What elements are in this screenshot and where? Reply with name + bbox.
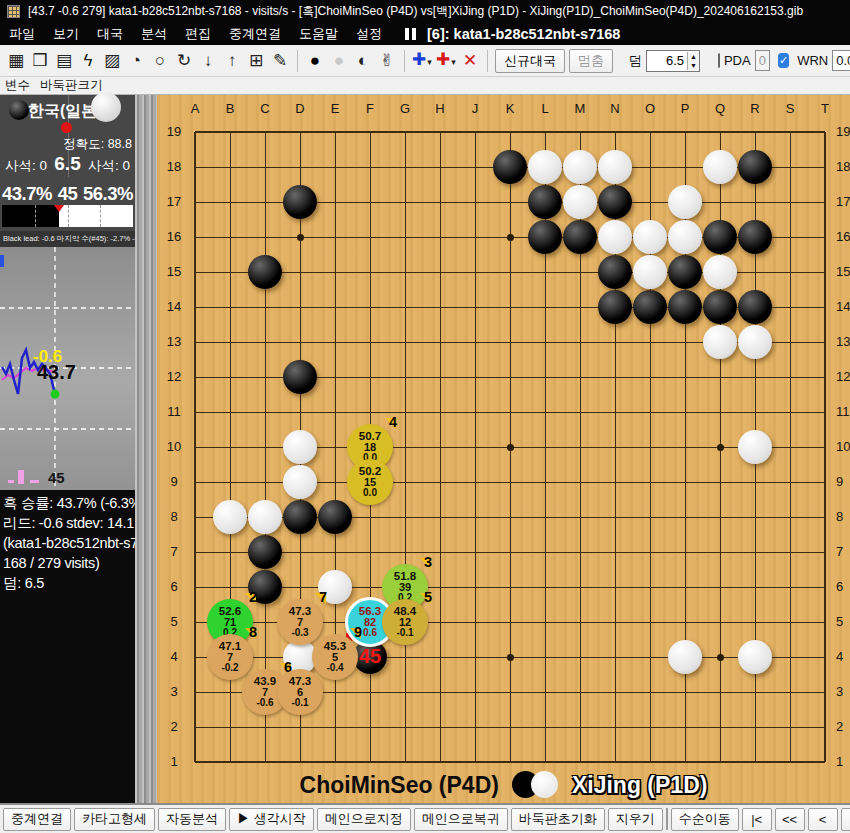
menu-1[interactable]: 보기 (44, 25, 88, 43)
current-move-number: 45 (58, 183, 78, 205)
coord-row-label: 18 (836, 159, 850, 174)
white-stone-R10 (738, 430, 772, 464)
engine-info: 흑 승률: 43.7% (-6.3%) 리드: -0.6 stdev: 14.1… (0, 490, 135, 596)
black-stone-E8 (318, 500, 352, 534)
coord-row-label: 17 (161, 194, 187, 209)
black-stone-D8 (283, 500, 317, 534)
menu-5[interactable]: 중계연결 (220, 25, 290, 43)
komi-label: 덤 (629, 52, 642, 70)
winrate-graph[interactable]: -0.6 43.7 45 (0, 247, 135, 490)
komi-down-icon[interactable]: ▼ (688, 61, 699, 70)
white-stone-R4 (738, 640, 772, 674)
white-stone-Q15 (703, 255, 737, 289)
candidate-move-F9[interactable]: 50.2150.0 (347, 459, 393, 505)
candidate-rank: 2 (241, 590, 257, 606)
policy-bar (30, 480, 39, 483)
candidate-rank: 3 (416, 555, 432, 571)
toolbar: ▦❒▤ϟ▨◔○↻↓↑⊞✎●●◐✌✚▾✚▾✕ 신규대국 멈춤 덤 ▲▼ PDA 0… (0, 45, 850, 77)
coord-row-label: 9 (161, 474, 187, 489)
white-player-icon (91, 92, 121, 122)
candidate-move-B4[interactable]: 47.17-0.28 (207, 634, 253, 680)
winrate-value-label: 43.7 (37, 361, 76, 384)
players-summary: 한국(일본) 정확도: 88.8 사석: 0 6.5 사석: 0 43.7% 4… (0, 95, 135, 247)
bottom-button-5[interactable]: 메인으로복귀 (414, 808, 508, 831)
coord-row-label: 6 (161, 579, 187, 594)
coord-row-label: 5 (836, 614, 850, 629)
white-stone-Q18 (703, 150, 737, 184)
coord-row-label: 6 (836, 579, 850, 594)
coord-row-label: 17 (836, 194, 850, 209)
coord-row-label: 16 (836, 229, 850, 244)
black-stone-P15 (668, 255, 702, 289)
black-stone-L16 (528, 220, 562, 254)
policy-bar (18, 470, 24, 484)
coord-column-label: F (360, 101, 380, 116)
grid-line (195, 727, 825, 728)
black-winrate: 43.7% (2, 183, 52, 205)
coord-row-label: 19 (836, 124, 850, 139)
coord-row-label: 18 (161, 159, 187, 174)
white-stone-L18 (528, 150, 562, 184)
black-stone-C7 (248, 535, 282, 569)
coord-row-label: 10 (836, 439, 850, 454)
winrate-bar (2, 205, 133, 227)
grid-line (790, 132, 791, 762)
coord-row-label: 1 (836, 754, 850, 769)
black-captures: 사석: 0 (5, 157, 47, 175)
menu-0[interactable]: 파일 (0, 25, 44, 43)
black-stone-K18 (493, 150, 527, 184)
coord-column-label: S (780, 101, 800, 116)
bottom-toolbar: 중계연결카타고형세자동분석▶ 생각시작메인으로지정메인으로복귀바둑판초기화지우기… (0, 803, 850, 833)
coord-row-label: 4 (836, 649, 850, 664)
coord-row-label: 12 (836, 369, 850, 384)
delete-mark-icon[interactable]: ✕ (458, 48, 482, 74)
black-stone-tool-icon[interactable]: ● (303, 48, 327, 74)
white-stone-Q13 (703, 325, 737, 359)
black-stone-O14 (633, 290, 667, 324)
coord-row-label: 15 (836, 264, 850, 279)
go-board[interactable]: ChoiMinSeo (P4D) XiJing (P1D) ABCDEFGHJK… (157, 95, 850, 803)
title-bar: [43.7 -0.6 279] kata1-b28c512nbt-s7168 -… (0, 0, 850, 22)
board-size-label[interactable]: 바둑판크기 (40, 77, 103, 94)
star-point (507, 444, 514, 451)
star-point (507, 654, 514, 661)
komi-up-icon[interactable]: ▲ (688, 52, 699, 61)
coord-row-label: 2 (161, 719, 187, 734)
grid-line (195, 587, 825, 588)
candidate-move-E4[interactable]: 45.35-0.49 (312, 634, 358, 680)
coord-column-label: M (570, 101, 590, 116)
candidate-rank: 4 (381, 415, 397, 431)
white-stone-P16 (668, 220, 702, 254)
white-stone-tool-icon[interactable]: ● (327, 48, 351, 74)
wrn-label: WRN (797, 53, 828, 68)
black-stone-Q14 (703, 290, 737, 324)
black-stone-N14 (598, 290, 632, 324)
coord-row-label: 14 (161, 299, 187, 314)
coord-row-label: 7 (836, 544, 850, 559)
lead-summary: Black lead: -0.6 마지막 수(#45): -2.7% -0.3p… (0, 231, 135, 247)
white-captures: 사석: 0 (88, 157, 130, 175)
stones-icon (512, 771, 559, 799)
bottom-button-1[interactable]: 카타고형세 (74, 808, 155, 831)
menu-6[interactable]: 도움말 (290, 25, 347, 43)
white-stone-M17 (563, 185, 597, 219)
move-number-input[interactable] (666, 808, 668, 830)
circle-tool-icon[interactable]: ○ (148, 48, 172, 74)
blue-cross-tool-icon[interactable]: ✚▾ (410, 47, 434, 75)
pda-checkbox[interactable] (718, 53, 720, 68)
coord-column-label: R (745, 101, 765, 116)
coord-column-label: J (465, 101, 485, 116)
black-stone-N15 (598, 255, 632, 289)
menu-4[interactable]: 편집 (176, 25, 220, 43)
bottom-button-3[interactable]: ▶ 생각시작 (229, 808, 314, 831)
clock-icon[interactable]: ◔ (124, 48, 148, 74)
variation-label[interactable]: 변수 (5, 77, 30, 94)
coord-row-label: 16 (161, 229, 187, 244)
coord-column-label: Q (710, 101, 730, 116)
pda-field[interactable]: 0 (755, 50, 770, 71)
engine-icon[interactable]: ϟ (76, 48, 100, 74)
sub-toolbar: 변수 바둑판크기 (0, 77, 850, 95)
player-names: ChoiMinSeo (P4D) XiJing (P1D) (157, 771, 850, 799)
nav-button-1[interactable]: << (775, 808, 805, 831)
accuracy-label: 정확도: 88.8 (60, 136, 132, 153)
new-board-icon[interactable]: ▦ (4, 48, 28, 74)
red-cross-tool-icon[interactable]: ✚▾ (434, 47, 458, 75)
coord-row-label: 8 (836, 509, 850, 524)
candidate-rank: 7 (311, 590, 327, 606)
bottom-button-6[interactable]: 바둑판초기화 (511, 808, 605, 831)
coord-row-label: 19 (161, 124, 187, 139)
white-stone-B8 (213, 500, 247, 534)
arrow-down-icon[interactable]: ↓ (196, 48, 220, 74)
session-label: [6]: kata1-b28c512nbt-s7168 (427, 26, 620, 42)
candidate-rank: 5 (416, 590, 432, 606)
black-stone-Q16 (703, 220, 737, 254)
candidate-move-D3[interactable]: 47.36-0.1 (277, 669, 323, 715)
rotate-icon[interactable]: ↻ (172, 48, 196, 74)
coord-row-label: 2 (836, 719, 850, 734)
analysis-panel: 한국(일본) 정확도: 88.8 사석: 0 6.5 사석: 0 43.7% 4… (0, 95, 157, 803)
black-stone-R16 (738, 220, 772, 254)
coord-row-label: 5 (161, 614, 187, 629)
coord-column-label: B (220, 101, 240, 116)
coord-column-label: T (815, 101, 835, 116)
bottom-button-2[interactable]: 자동분석 (158, 808, 226, 831)
coord-row-label: 9 (836, 474, 850, 489)
turn-indicator-dot (61, 122, 72, 133)
coord-column-label: D (290, 101, 310, 116)
pda-label: PDA (724, 53, 751, 68)
komi-value: 6.5 (54, 153, 80, 175)
coord-row-label: 14 (836, 299, 850, 314)
wrn-checkbox[interactable]: ✓ (778, 53, 789, 68)
coord-row-label: 8 (161, 509, 187, 524)
menu-3[interactable]: 분석 (132, 25, 176, 43)
pencil-icon[interactable]: ✎ (268, 48, 292, 74)
black-stone-N17 (598, 185, 632, 219)
coord-column-label: L (535, 101, 555, 116)
coord-row-label: 12 (161, 369, 187, 384)
white-stone-D10 (283, 430, 317, 464)
coord-row-label: 4 (161, 649, 187, 664)
candidate-rank: 8 (241, 625, 257, 641)
move-nav-button[interactable]: 수순이동 (671, 808, 739, 831)
candidate-move-G5[interactable]: 48.412-0.15 (382, 599, 428, 645)
pause-icon[interactable] (405, 28, 419, 40)
black-player-name: ChoiMinSeo (P4D) (300, 772, 499, 799)
candidate-move-D5[interactable]: 47.37-0.37 (277, 599, 323, 645)
coord-row-label: 15 (161, 264, 187, 279)
coord-column-label: P (675, 101, 695, 116)
white-stone-P4 (668, 640, 702, 674)
wrn-field[interactable]: 0.04 (832, 50, 850, 71)
white-stone-M18 (563, 150, 597, 184)
coord-column-label: E (325, 101, 345, 116)
coord-row-label: 11 (161, 404, 187, 419)
coord-row-label: 3 (161, 684, 187, 699)
white-stone-D9 (283, 465, 317, 499)
nav-button-2[interactable]: < (808, 808, 838, 831)
menu-2[interactable]: 대국 (88, 25, 132, 43)
black-stone-R18 (738, 150, 772, 184)
menu-7[interactable]: 설정 (347, 25, 391, 43)
candidate-rank: 9 (346, 625, 362, 641)
white-stone-O16 (633, 220, 667, 254)
save-icon[interactable]: ▤ (52, 48, 76, 74)
star-point (507, 234, 514, 241)
grid-line (195, 552, 825, 553)
half-stone-tool-icon[interactable]: ◐ (351, 48, 375, 74)
white-stone-C8 (248, 500, 282, 534)
coord-column-label: N (605, 101, 625, 116)
black-stone-P14 (668, 290, 702, 324)
hand-tool-icon[interactable]: ✌ (375, 48, 399, 74)
black-stone-D12 (283, 360, 317, 394)
white-stone-N16 (598, 220, 632, 254)
white-stone-P17 (668, 185, 702, 219)
coord-row-label: 13 (161, 334, 187, 349)
black-stone-M16 (563, 220, 597, 254)
bottom-button-0[interactable]: 중계연결 (3, 808, 71, 831)
black-player-icon (9, 100, 29, 120)
coord-column-label: A (185, 101, 205, 116)
star-point (297, 234, 304, 241)
nav-button-3[interactable]: > (841, 808, 850, 831)
policy-bar (8, 480, 14, 483)
star-point (717, 444, 724, 451)
white-player-name: XiJing (P1D) (572, 772, 707, 799)
coord-column-label: K (500, 101, 520, 116)
nav-button-0[interactable]: |< (742, 808, 772, 831)
coord-column-label: C (255, 101, 275, 116)
bottom-button-7[interactable]: 지우기 (608, 808, 663, 831)
coord-row-label: 13 (836, 334, 850, 349)
move-axis-label: 45 (48, 469, 65, 486)
app-icon (7, 5, 20, 18)
pause-button[interactable]: 멈춤 (569, 49, 613, 73)
star-point (717, 654, 724, 661)
white-stone-N18 (598, 150, 632, 184)
white-stone-R13 (738, 325, 772, 359)
open-file-icon[interactable]: ❒ (28, 48, 52, 74)
panel-splitter[interactable] (135, 95, 157, 803)
bottom-button-4[interactable]: 메인으로지정 (317, 808, 411, 831)
coord-column-label: G (395, 101, 415, 116)
coord-row-label: 11 (836, 404, 850, 419)
coord-column-label: O (640, 101, 660, 116)
menu-bar: 파일보기대국분석편집중계연결도움말설정 [6]: kata1-b28c512nb… (0, 22, 850, 45)
arrow-up-icon[interactable]: ↑ (220, 48, 244, 74)
window-title: [43.7 -0.6 279] kata1-b28c512nbt-s7168 -… (28, 3, 803, 20)
coord-row-label: 3 (836, 684, 850, 699)
black-stone-C15 (248, 255, 282, 289)
coord-row-label: 1 (161, 754, 187, 769)
white-winrate: 56.3% (83, 183, 133, 205)
black-stone-R14 (738, 290, 772, 324)
grid-line (195, 761, 825, 763)
grid-line (824, 132, 826, 762)
coord-row-label: 7 (161, 544, 187, 559)
new-game-button[interactable]: 신규대국 (495, 49, 565, 73)
black-stone-D17 (283, 185, 317, 219)
komi-input[interactable] (647, 52, 687, 69)
white-stone-O15 (633, 255, 667, 289)
graph-edge-tick (0, 255, 4, 267)
winrate-marker (54, 205, 64, 212)
coord-row-label: 10 (161, 439, 187, 454)
coord-column-label: H (430, 101, 450, 116)
komi-spinner[interactable]: ▲▼ (646, 50, 700, 72)
black-stone-L17 (528, 185, 562, 219)
chart-icon[interactable]: ▨ (100, 48, 124, 74)
board-window-icon[interactable]: ⊞ (244, 48, 268, 74)
